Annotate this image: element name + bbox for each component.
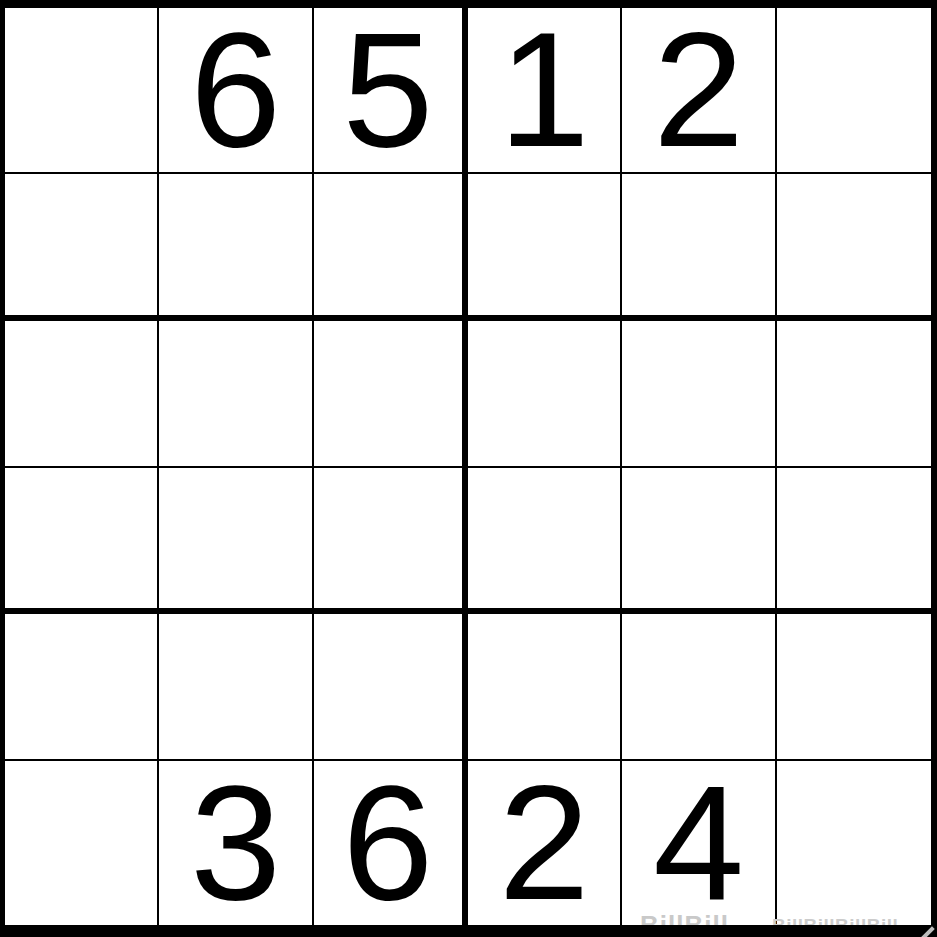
- watermark-corner-artifact: [919, 926, 935, 937]
- cell-r1c2[interactable]: 6: [159, 8, 313, 174]
- cell-r2c5[interactable]: [622, 174, 776, 321]
- given-digit: 2: [499, 761, 590, 925]
- cell-r6c3[interactable]: 6: [314, 761, 468, 925]
- cell-r4c3[interactable]: [314, 468, 468, 615]
- given-digit: 6: [190, 8, 281, 172]
- cell-r4c6[interactable]: [777, 468, 931, 615]
- cell-r4c1[interactable]: [5, 468, 159, 615]
- cell-r2c2[interactable]: [159, 174, 313, 321]
- cell-r5c5[interactable]: [622, 614, 776, 761]
- given-digit: 2: [653, 8, 744, 172]
- cell-r6c6[interactable]: [777, 761, 931, 925]
- cell-r1c5[interactable]: 2: [622, 8, 776, 174]
- cell-r2c4[interactable]: [468, 174, 622, 321]
- given-digit: 3: [190, 761, 281, 925]
- sudoku-grid: 65123624: [5, 8, 931, 925]
- cell-r3c5[interactable]: [622, 321, 776, 468]
- given-digit: 6: [342, 761, 433, 925]
- cell-r1c4[interactable]: 1: [468, 8, 622, 174]
- cell-r3c6[interactable]: [777, 321, 931, 468]
- given-digit: 5: [342, 8, 433, 172]
- cell-r6c4[interactable]: 2: [468, 761, 622, 925]
- cell-r1c6[interactable]: [777, 8, 931, 174]
- cell-r6c5[interactable]: 4: [622, 761, 776, 925]
- cell-r4c2[interactable]: [159, 468, 313, 615]
- given-digit: 4: [653, 761, 744, 925]
- sudoku-board: 65123624 BillBill BillBillBillBill: [0, 0, 937, 937]
- cell-r1c1[interactable]: [5, 8, 159, 174]
- cell-r2c3[interactable]: [314, 174, 468, 321]
- cell-r3c1[interactable]: [5, 321, 159, 468]
- cell-r6c2[interactable]: 3: [159, 761, 313, 925]
- given-digit: 1: [499, 8, 590, 172]
- cell-r1c3[interactable]: 5: [314, 8, 468, 174]
- cell-r4c4[interactable]: [468, 468, 622, 615]
- cell-r3c4[interactable]: [468, 321, 622, 468]
- cell-r3c2[interactable]: [159, 321, 313, 468]
- cell-r4c5[interactable]: [622, 468, 776, 615]
- cell-r6c1[interactable]: [5, 761, 159, 925]
- cell-r2c6[interactable]: [777, 174, 931, 321]
- cell-r5c1[interactable]: [5, 614, 159, 761]
- cell-r3c3[interactable]: [314, 321, 468, 468]
- cell-r5c6[interactable]: [777, 614, 931, 761]
- cell-r5c4[interactable]: [468, 614, 622, 761]
- cell-r5c3[interactable]: [314, 614, 468, 761]
- watermark-text: BillBill: [640, 912, 729, 937]
- cell-r2c1[interactable]: [5, 174, 159, 321]
- watermark-smudge-text: BillBillBillBill: [772, 916, 898, 935]
- cell-r5c2[interactable]: [159, 614, 313, 761]
